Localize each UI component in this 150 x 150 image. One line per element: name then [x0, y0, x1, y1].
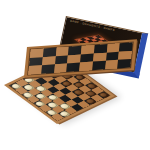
- board-square: [66, 63, 80, 72]
- middle-board-grid: [28, 42, 133, 74]
- board-square: [92, 61, 106, 70]
- board-square: [28, 65, 42, 74]
- box-lid-title: DAME · DRAUGHTS · DAMES: [70, 19, 115, 32]
- board-square: [117, 59, 131, 68]
- board-square: [105, 60, 119, 69]
- board-square: [54, 64, 68, 73]
- board-square: [79, 62, 93, 71]
- board-square: [41, 64, 55, 73]
- product-photo-scene: DAME · DRAUGHTS · DAMES: [0, 0, 150, 150]
